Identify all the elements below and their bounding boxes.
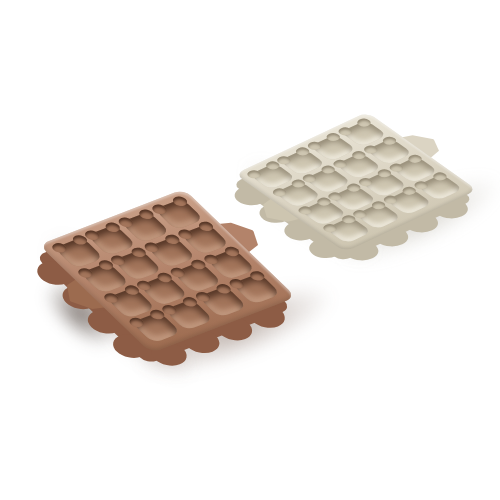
product-photo [0, 0, 500, 500]
tray-rose [39, 189, 296, 353]
tray-cream [235, 112, 477, 252]
tray-rose-surface [39, 189, 296, 353]
tray-cream-surface [235, 112, 477, 252]
